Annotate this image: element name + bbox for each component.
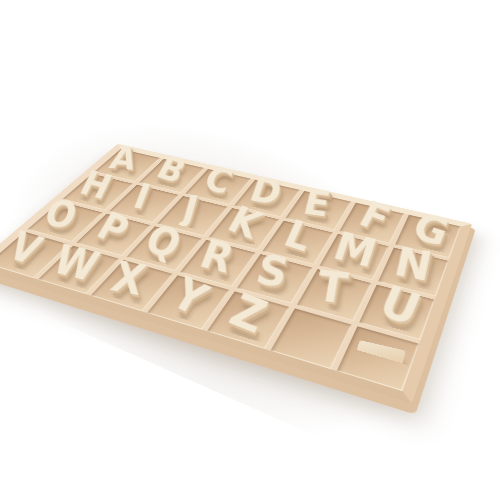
tray-cell: U (359, 284, 434, 340)
product-photo: ABCDEFGHIJKLMNOPQRSTUVWXYZ (0, 0, 500, 500)
blank-pieces-stack (352, 340, 405, 375)
letter-piece: T (314, 265, 350, 309)
letter-piece: S (253, 249, 293, 293)
letter-piece: U (374, 279, 426, 332)
letter-piece: Z (224, 287, 273, 339)
letter-piece: Y (165, 271, 214, 322)
letter-piece: J (179, 191, 202, 227)
letter-piece: R (195, 234, 238, 279)
letter-piece: X (107, 256, 150, 301)
letter-piece: I (129, 179, 154, 214)
